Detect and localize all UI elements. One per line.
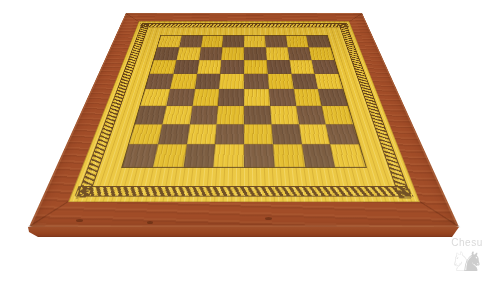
- square-f2[interactable]: [271, 124, 301, 144]
- ornament-border-top: [140, 23, 347, 27]
- square-g5[interactable]: [291, 74, 318, 89]
- square-b6[interactable]: [173, 60, 199, 74]
- square-d5[interactable]: [219, 74, 244, 89]
- square-g4[interactable]: [293, 89, 321, 106]
- square-f8[interactable]: [265, 36, 287, 48]
- square-a5[interactable]: [145, 74, 173, 89]
- square-h7[interactable]: [309, 47, 334, 60]
- square-a3[interactable]: [135, 106, 166, 124]
- square-e1[interactable]: [244, 144, 274, 167]
- square-d7[interactable]: [221, 47, 244, 60]
- square-h6[interactable]: [312, 60, 339, 74]
- square-c2[interactable]: [186, 124, 216, 144]
- square-f4[interactable]: [269, 89, 296, 106]
- wood-knot: [76, 219, 83, 222]
- square-f5[interactable]: [268, 74, 294, 89]
- square-d3[interactable]: [217, 106, 244, 124]
- square-h5[interactable]: [315, 74, 343, 89]
- square-b2[interactable]: [158, 124, 190, 144]
- square-a8[interactable]: [157, 36, 181, 48]
- square-d2[interactable]: [215, 124, 244, 144]
- square-h8[interactable]: [306, 36, 330, 48]
- square-e5[interactable]: [244, 74, 269, 89]
- squares-grid: [121, 35, 367, 168]
- square-e4[interactable]: [244, 89, 270, 106]
- white-knight-icon: ♘: [450, 246, 467, 277]
- board-perspective-wrapper: [48, 18, 450, 254]
- ornament-border-bottom: [77, 186, 412, 197]
- square-f1[interactable]: [273, 144, 305, 167]
- square-e3[interactable]: [244, 106, 271, 124]
- square-a4[interactable]: [140, 89, 170, 106]
- square-e7[interactable]: [244, 47, 267, 60]
- wood-knot: [147, 221, 153, 224]
- square-g7[interactable]: [287, 47, 311, 60]
- frame-mitre-joint: [125, 13, 139, 22]
- perspective-camera: [91, 0, 396, 242]
- square-h2[interactable]: [326, 124, 359, 144]
- square-b4[interactable]: [166, 89, 194, 106]
- square-g8[interactable]: [286, 36, 309, 48]
- square-b1[interactable]: [153, 144, 187, 167]
- square-c7[interactable]: [199, 47, 222, 60]
- square-f7[interactable]: [266, 47, 289, 60]
- square-d8[interactable]: [222, 36, 244, 48]
- square-g6[interactable]: [289, 60, 315, 74]
- square-h4[interactable]: [318, 89, 348, 106]
- square-b5[interactable]: [170, 74, 197, 89]
- black-knight-icon: ♞: [467, 248, 484, 275]
- square-e6[interactable]: [244, 60, 268, 74]
- frame-mitre-joint: [349, 13, 363, 22]
- square-d1[interactable]: [214, 144, 244, 167]
- square-c1[interactable]: [183, 144, 215, 167]
- square-a7[interactable]: [154, 47, 179, 60]
- square-h3[interactable]: [322, 106, 353, 124]
- square-b8[interactable]: [179, 36, 202, 48]
- square-g3[interactable]: [296, 106, 326, 124]
- square-e2[interactable]: [244, 124, 273, 144]
- square-f3[interactable]: [270, 106, 299, 124]
- frame-mitre-joint: [28, 201, 68, 227]
- square-g1[interactable]: [302, 144, 336, 167]
- square-b7[interactable]: [176, 47, 200, 60]
- wood-knot: [265, 217, 272, 220]
- chessboard-frame: [29, 13, 459, 227]
- square-c8[interactable]: [201, 36, 223, 48]
- photo-background: Chesu ♘♞: [0, 0, 500, 294]
- square-f6[interactable]: [267, 60, 292, 74]
- square-c5[interactable]: [195, 74, 221, 89]
- square-c6[interactable]: [197, 60, 222, 74]
- square-c3[interactable]: [189, 106, 218, 124]
- square-h1[interactable]: [330, 144, 365, 167]
- board-surface: [68, 21, 420, 202]
- square-e8[interactable]: [244, 36, 266, 48]
- square-d4[interactable]: [218, 89, 244, 106]
- square-d6[interactable]: [220, 60, 244, 74]
- square-c4[interactable]: [192, 89, 219, 106]
- square-b3[interactable]: [162, 106, 192, 124]
- frame-mitre-joint: [420, 201, 460, 227]
- square-a6[interactable]: [150, 60, 177, 74]
